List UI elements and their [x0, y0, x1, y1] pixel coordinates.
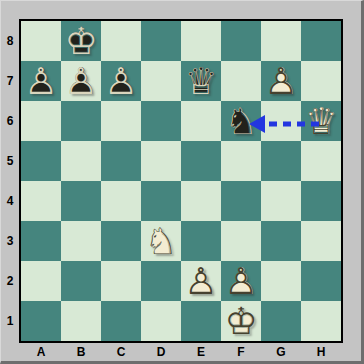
piece-black-king-b8[interactable]: ♚♔	[61, 21, 101, 61]
square-e4[interactable]	[181, 181, 221, 221]
file-label-d: D	[141, 343, 181, 361]
file-labels: ABCDEFGH	[21, 343, 341, 361]
rank-label-1: 1	[1, 301, 19, 341]
pawn-glyph-outline: ♙	[21, 61, 61, 101]
square-h7[interactable]	[301, 61, 341, 101]
piece-black-knight-f6[interactable]: ♞♘	[221, 101, 261, 141]
queen-glyph-outline: ♕	[181, 61, 221, 101]
file-label-e: E	[181, 343, 221, 361]
queen-glyph-outline: ♕	[301, 101, 341, 141]
pawn-glyph-outline: ♙	[101, 61, 141, 101]
pawn-glyph-outline: ♙	[221, 261, 261, 301]
file-label-b: B	[61, 343, 101, 361]
square-h2[interactable]	[301, 261, 341, 301]
king-glyph-outline: ♔	[61, 21, 101, 61]
square-g2[interactable]	[261, 261, 301, 301]
knight-glyph-outline: ♘	[221, 101, 261, 141]
square-a2[interactable]	[21, 261, 61, 301]
piece-white-pawn-g7[interactable]: ♟♙	[261, 61, 301, 101]
square-e1[interactable]	[181, 301, 221, 341]
piece-black-pawn-b7[interactable]: ♟♙	[61, 61, 101, 101]
square-a6[interactable]	[21, 101, 61, 141]
square-a3[interactable]	[21, 221, 61, 261]
square-b3[interactable]	[61, 221, 101, 261]
square-a4[interactable]	[21, 181, 61, 221]
square-f1[interactable]: ♚♔	[221, 301, 261, 341]
square-d5[interactable]	[141, 141, 181, 181]
square-e3[interactable]	[181, 221, 221, 261]
piece-white-queen-h6[interactable]: ♛♕	[301, 101, 341, 141]
square-b6[interactable]	[61, 101, 101, 141]
rank-label-5: 5	[1, 141, 19, 181]
square-a7[interactable]: ♟♙	[21, 61, 61, 101]
piece-white-pawn-e2[interactable]: ♟♙	[181, 261, 221, 301]
square-d1[interactable]	[141, 301, 181, 341]
square-c1[interactable]	[101, 301, 141, 341]
square-a1[interactable]	[21, 301, 61, 341]
square-b8[interactable]: ♚♔	[61, 21, 101, 61]
square-g8[interactable]	[261, 21, 301, 61]
piece-black-pawn-c7[interactable]: ♟♙	[101, 61, 141, 101]
square-b1[interactable]	[61, 301, 101, 341]
square-h4[interactable]	[301, 181, 341, 221]
pawn-glyph-outline: ♙	[61, 61, 101, 101]
piece-white-king-f1[interactable]: ♚♔	[221, 301, 261, 341]
square-b2[interactable]	[61, 261, 101, 301]
square-e2[interactable]: ♟♙	[181, 261, 221, 301]
square-f4[interactable]	[221, 181, 261, 221]
square-f5[interactable]	[221, 141, 261, 181]
rank-label-6: 6	[1, 101, 19, 141]
square-d4[interactable]	[141, 181, 181, 221]
rank-label-2: 2	[1, 261, 19, 301]
piece-white-pawn-f2[interactable]: ♟♙	[221, 261, 261, 301]
square-d2[interactable]	[141, 261, 181, 301]
square-h6[interactable]: ♛♕	[301, 101, 341, 141]
square-f3[interactable]	[221, 221, 261, 261]
piece-black-pawn-a7[interactable]: ♟♙	[21, 61, 61, 101]
rank-label-3: 3	[1, 221, 19, 261]
square-f8[interactable]	[221, 21, 261, 61]
square-d6[interactable]	[141, 101, 181, 141]
file-label-g: G	[261, 343, 301, 361]
square-e6[interactable]	[181, 101, 221, 141]
square-e5[interactable]	[181, 141, 221, 181]
file-label-c: C	[101, 343, 141, 361]
square-a8[interactable]	[21, 21, 61, 61]
square-e7[interactable]: ♛♕	[181, 61, 221, 101]
square-a5[interactable]	[21, 141, 61, 181]
square-f7[interactable]	[221, 61, 261, 101]
square-e8[interactable]	[181, 21, 221, 61]
square-b5[interactable]	[61, 141, 101, 181]
square-f2[interactable]: ♟♙	[221, 261, 261, 301]
square-c2[interactable]	[101, 261, 141, 301]
piece-white-knight-d3[interactable]: ♞♘	[141, 221, 181, 261]
chess-board-window: 87654321 ♚♔♟♙♟♙♟♙♛♕♟♙♞♘♛♕♞♘♟♙♟♙♚♔ ABCDEF…	[0, 0, 364, 364]
square-f6[interactable]: ♞♘	[221, 101, 261, 141]
square-c8[interactable]	[101, 21, 141, 61]
square-b7[interactable]: ♟♙	[61, 61, 101, 101]
knight-glyph-outline: ♘	[141, 221, 181, 261]
square-c5[interactable]	[101, 141, 141, 181]
square-c6[interactable]	[101, 101, 141, 141]
square-d8[interactable]	[141, 21, 181, 61]
king-glyph-outline: ♔	[221, 301, 261, 341]
square-g4[interactable]	[261, 181, 301, 221]
file-label-h: H	[301, 343, 341, 361]
rank-label-7: 7	[1, 61, 19, 101]
square-h8[interactable]	[301, 21, 341, 61]
square-g6[interactable]	[261, 101, 301, 141]
rank-labels: 87654321	[1, 21, 19, 341]
pawn-glyph-outline: ♙	[261, 61, 301, 101]
square-g3[interactable]	[261, 221, 301, 261]
square-c4[interactable]	[101, 181, 141, 221]
square-g5[interactable]	[261, 141, 301, 181]
rank-label-4: 4	[1, 181, 19, 221]
rank-label-8: 8	[1, 21, 19, 61]
pawn-glyph-outline: ♙	[181, 261, 221, 301]
square-h5[interactable]	[301, 141, 341, 181]
piece-black-queen-e7[interactable]: ♛♕	[181, 61, 221, 101]
square-d3[interactable]: ♞♘	[141, 221, 181, 261]
square-c7[interactable]: ♟♙	[101, 61, 141, 101]
square-h3[interactable]	[301, 221, 341, 261]
square-h1[interactable]	[301, 301, 341, 341]
square-d7[interactable]	[141, 61, 181, 101]
file-label-f: F	[221, 343, 261, 361]
file-label-a: A	[21, 343, 61, 361]
square-g1[interactable]	[261, 301, 301, 341]
chess-board: ♚♔♟♙♟♙♟♙♛♕♟♙♞♘♛♕♞♘♟♙♟♙♚♔	[19, 19, 343, 343]
square-b4[interactable]	[61, 181, 101, 221]
square-g7[interactable]: ♟♙	[261, 61, 301, 101]
square-c3[interactable]	[101, 221, 141, 261]
